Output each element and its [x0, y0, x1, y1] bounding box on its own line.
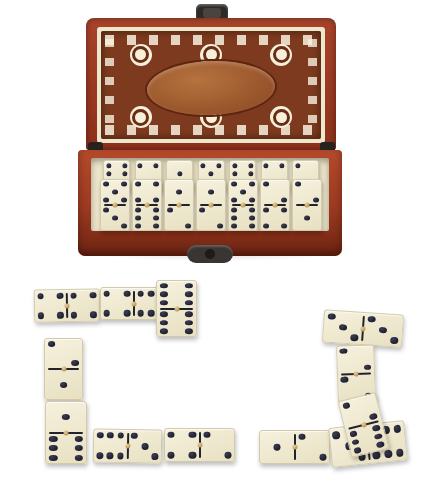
lid-carved-lattice: [101, 31, 321, 139]
front-clasp-icon[interactable]: [187, 245, 233, 263]
pip-icon: [249, 223, 255, 228]
pip-icon: [349, 430, 358, 437]
lattice-fret-left: [105, 39, 114, 131]
tile-half-2: [261, 180, 289, 204]
pip-icon: [168, 431, 175, 438]
pip-icon: [141, 443, 148, 450]
pip-icon: [121, 182, 127, 187]
tile-half-5: [101, 180, 129, 204]
pip-icon: [37, 293, 44, 300]
pip-icon: [208, 189, 214, 194]
pip-icon: [106, 163, 111, 168]
pip-icon: [249, 208, 255, 213]
pip-icon: [160, 300, 168, 306]
rosette-icon: [270, 44, 292, 66]
box-lid: [86, 18, 336, 150]
pip-icon: [137, 290, 144, 297]
pip-icon: [185, 223, 191, 228]
domino-tile-4-4[interactable]: [34, 288, 101, 322]
pip-icon: [232, 171, 237, 176]
tray-front-tile-1-2[interactable]: [196, 179, 226, 231]
pip-icon: [160, 283, 168, 289]
pip-icon: [217, 223, 223, 228]
pip-icon: [248, 171, 253, 176]
box-base: [78, 150, 342, 256]
rosette-icon: [270, 106, 292, 128]
pip-icon: [200, 163, 205, 168]
tray-front-tile-1-2[interactable]: [164, 179, 194, 231]
tile-half-3: [128, 430, 161, 463]
pip-icon: [208, 171, 213, 176]
pip-icon: [341, 377, 349, 383]
domino-tile-6-6[interactable]: [156, 280, 197, 337]
pip-icon: [107, 453, 114, 460]
tile-half-6: [229, 206, 257, 230]
tile-half-5: [229, 180, 257, 204]
pip-icon: [189, 452, 196, 459]
pip-icon: [103, 208, 109, 213]
pip-icon: [153, 223, 159, 228]
tile-half-6: [133, 206, 161, 230]
pip-icon: [70, 292, 77, 299]
tile-half-4: [261, 206, 289, 230]
pip-icon: [75, 445, 83, 451]
pip-icon: [103, 290, 110, 297]
pip-icon: [153, 197, 159, 202]
domino-tile-1-2[interactable]: [259, 430, 330, 464]
pip-icon: [249, 215, 255, 220]
rosette-icon: [130, 106, 152, 128]
pip-icon: [131, 432, 138, 439]
pip-icon: [37, 313, 44, 320]
pip-icon: [279, 163, 284, 168]
tile-half-4: [68, 289, 100, 321]
pip-icon: [263, 208, 269, 213]
pip-icon: [148, 290, 155, 297]
tile-half-4: [165, 429, 199, 461]
pip-icon: [160, 320, 168, 326]
tray-front-tile-4-6[interactable]: [132, 179, 162, 231]
pip-icon: [393, 424, 401, 433]
pip-icon: [339, 324, 347, 331]
pip-icon: [231, 182, 237, 187]
tile-half-3: [363, 313, 403, 347]
pip-icon: [263, 182, 269, 187]
pip-icon: [384, 450, 392, 459]
domino-tile-4-2[interactable]: [164, 428, 235, 462]
pip-icon: [203, 431, 210, 438]
pip-icon: [135, 223, 141, 228]
pip-icon: [103, 182, 109, 187]
pip-icon: [374, 433, 383, 440]
pip-icon: [90, 312, 97, 319]
pip-icon: [137, 310, 144, 317]
tray-front-tile-5-6[interactable]: [228, 179, 258, 231]
pip-icon: [112, 189, 118, 194]
pip-icon: [332, 431, 340, 440]
tile-half-6: [46, 434, 86, 464]
pip-icon: [232, 163, 237, 168]
pip-icon: [57, 312, 64, 319]
domino-tile-6-3[interactable]: [93, 428, 163, 463]
pip-icon: [160, 311, 168, 317]
pip-icon: [313, 197, 319, 202]
pip-icon: [167, 208, 173, 213]
tile-half-4: [101, 288, 133, 319]
product-photo-stage: [0, 0, 422, 500]
pip-icon: [367, 316, 375, 323]
pip-icon: [369, 413, 378, 420]
pip-icon: [90, 292, 97, 299]
pip-icon: [249, 182, 255, 187]
tile-half-1: [165, 180, 193, 204]
pip-icon: [185, 283, 193, 289]
pip-icon: [117, 453, 124, 460]
pip-icon: [363, 364, 371, 370]
pip-icon: [376, 441, 385, 448]
pip-icon: [249, 197, 255, 202]
pip-icon: [353, 447, 362, 454]
pip-icon: [124, 290, 131, 297]
pip-icon: [199, 208, 205, 213]
rosette-icon: [130, 44, 152, 66]
pip-icon: [185, 300, 193, 306]
tile-half-2: [337, 345, 374, 373]
pip-icon: [177, 171, 182, 176]
pip-icon: [151, 453, 158, 460]
pip-icon: [137, 163, 142, 168]
tile-half-2: [165, 206, 193, 230]
pip-icon: [122, 171, 127, 176]
tile-half-2: [45, 339, 82, 368]
pip-icon: [263, 163, 268, 168]
domino-tile-2-1[interactable]: [44, 338, 83, 400]
pip-icon: [390, 337, 398, 344]
tile-half-1: [45, 370, 82, 399]
pip-icon: [135, 208, 141, 213]
pip-icon: [295, 182, 301, 187]
pip-icon: [153, 208, 159, 213]
pip-icon: [295, 163, 300, 168]
pip-icon: [231, 215, 237, 220]
pip-icon: [319, 454, 326, 461]
lattice-fret-right: [308, 39, 317, 131]
pip-icon: [263, 223, 269, 228]
pip-icon: [49, 436, 57, 442]
tray-front-tile-5-3[interactable]: [100, 179, 130, 231]
domino-tile-3-3[interactable]: [322, 309, 404, 348]
pip-icon: [351, 438, 360, 445]
tile-half-6: [157, 310, 196, 337]
pip-icon: [340, 348, 348, 354]
tile-half-6: [94, 429, 127, 462]
pip-icon: [49, 455, 57, 461]
pip-icon: [103, 197, 109, 202]
pip-icon: [122, 163, 127, 168]
tray-front-tile-2-4[interactable]: [260, 179, 290, 231]
tile-half-4: [133, 180, 161, 204]
pip-icon: [75, 455, 83, 461]
pip-icon: [75, 436, 83, 442]
pip-icon: [60, 381, 68, 387]
pip-icon: [342, 402, 351, 409]
pip-icon: [185, 328, 193, 334]
pip-icon: [71, 360, 79, 366]
pip-icon: [135, 215, 141, 220]
pip-icon: [148, 310, 155, 317]
pip-icon: [273, 444, 280, 451]
pip-icon: [153, 182, 159, 187]
tile-half-2: [201, 429, 235, 461]
pip-icon: [112, 215, 118, 220]
pip-icon: [135, 197, 141, 202]
pip-icon: [231, 208, 237, 213]
pip-icon: [350, 334, 358, 341]
leather-medallion: [146, 59, 276, 117]
pip-icon: [153, 163, 158, 168]
pip-icon: [176, 189, 182, 194]
pip-icon: [240, 189, 246, 194]
pip-icon: [185, 291, 193, 297]
lid-inner-border: [97, 27, 325, 143]
tile-half-4: [35, 290, 67, 322]
pip-icon: [185, 320, 193, 326]
tile-half-3: [101, 206, 129, 230]
pip-icon: [395, 449, 403, 458]
domino-tray: [91, 158, 329, 231]
tile-half-2: [293, 180, 321, 204]
pip-icon: [231, 197, 237, 202]
pip-icon: [379, 326, 387, 333]
pip-icon: [97, 432, 104, 439]
pip-icon: [160, 291, 168, 297]
tile-half-1: [260, 431, 294, 463]
domino-tile-1-6[interactable]: [45, 401, 87, 464]
pip-icon: [327, 313, 335, 320]
pip-icon: [281, 223, 287, 228]
pip-icon: [298, 433, 305, 440]
pip-icon: [96, 452, 103, 459]
pip-icon: [135, 182, 141, 187]
tile-half-1: [46, 402, 86, 432]
pip-icon: [124, 310, 131, 317]
pip-icon: [189, 431, 196, 438]
tile-half-1: [197, 180, 225, 204]
pip-icon: [107, 432, 114, 439]
pip-icon: [117, 432, 124, 439]
tile-half-6: [157, 281, 196, 308]
tile-half-3: [323, 310, 363, 344]
pip-icon: [160, 328, 168, 334]
pip-icon: [372, 424, 381, 431]
pip-icon: [185, 311, 193, 317]
pip-icon: [103, 310, 110, 317]
tile-half-1: [293, 206, 321, 230]
pip-icon: [70, 312, 77, 319]
tile-half-2: [197, 206, 225, 230]
pip-icon: [153, 215, 159, 220]
pip-icon: [281, 197, 287, 202]
tile-half-2: [296, 431, 330, 463]
pip-icon: [248, 163, 253, 168]
pip-icon: [48, 341, 56, 347]
tray-front-tile-2-1[interactable]: [292, 179, 322, 231]
pip-icon: [231, 223, 237, 228]
pip-icon: [121, 197, 127, 202]
pip-icon: [224, 452, 231, 459]
pip-icon: [62, 414, 70, 420]
pip-icon: [281, 208, 287, 213]
pip-icon: [216, 163, 221, 168]
pip-icon: [304, 215, 310, 220]
pip-icon: [57, 292, 64, 299]
pip-icon: [106, 171, 111, 176]
pip-icon: [121, 223, 127, 228]
pip-icon: [168, 452, 175, 459]
pip-icon: [49, 445, 57, 451]
